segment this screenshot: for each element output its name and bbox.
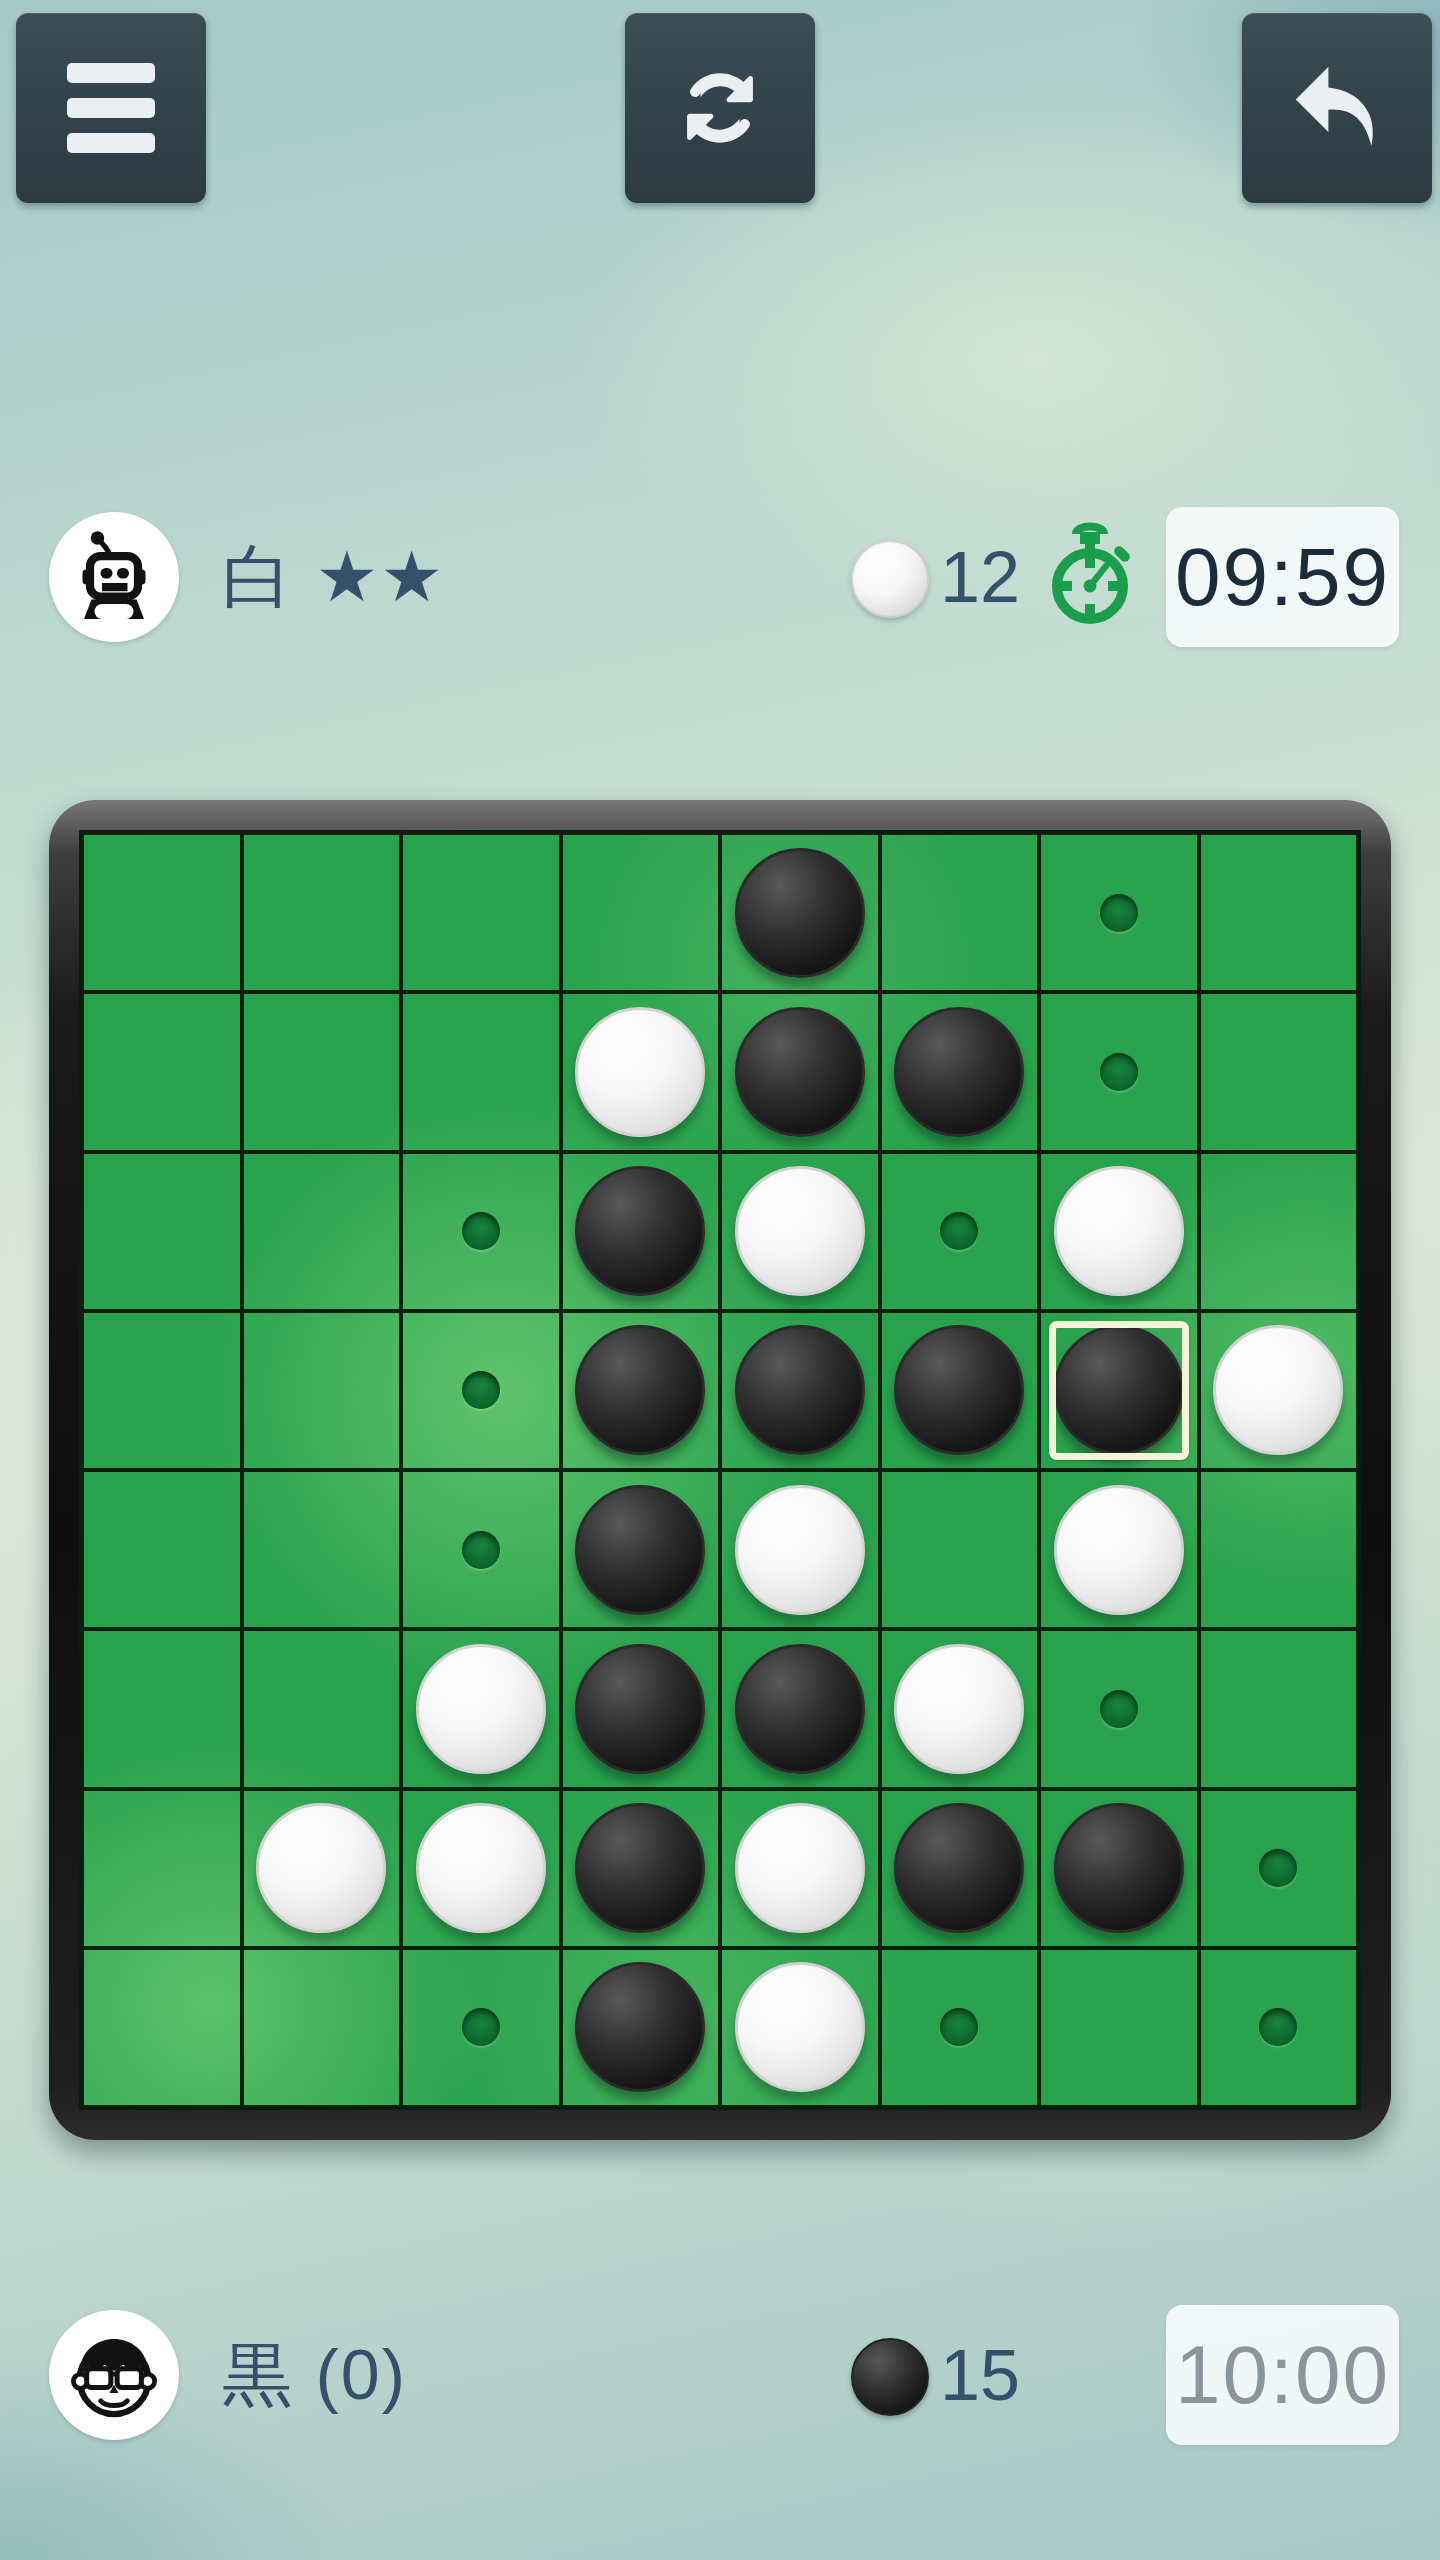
board-cell-d2[interactable] xyxy=(561,992,721,1151)
board-cell-f6[interactable] xyxy=(880,1629,1040,1788)
black-count-disc xyxy=(851,2338,929,2416)
white-disc xyxy=(575,1007,705,1137)
board-cell-f1[interactable] xyxy=(880,833,1040,992)
board-cell-h4[interactable] xyxy=(1199,1311,1359,1470)
legal-move-hint xyxy=(462,2008,500,2046)
board-cell-e3[interactable] xyxy=(720,1152,880,1311)
black-disc xyxy=(735,1007,865,1137)
board-cell-g2[interactable] xyxy=(1039,992,1199,1151)
board-cell-g6[interactable] xyxy=(1039,1629,1199,1788)
board-cell-c8[interactable] xyxy=(401,1948,561,2107)
board-cell-b5[interactable] xyxy=(242,1470,402,1629)
board-cell-b7[interactable] xyxy=(242,1789,402,1948)
board-cell-e1[interactable] xyxy=(720,833,880,992)
black-disc xyxy=(575,1803,705,1933)
board-grid xyxy=(79,830,1361,2110)
black-disc xyxy=(575,1166,705,1296)
legal-move-hint xyxy=(462,1371,500,1409)
board-cell-c2[interactable] xyxy=(401,992,561,1151)
black-disc xyxy=(735,1325,865,1455)
black-disc-count: 15 xyxy=(940,2332,1020,2418)
stopwatch-icon xyxy=(1040,520,1144,636)
board-cell-d6[interactable] xyxy=(561,1629,721,1788)
white-disc xyxy=(735,1166,865,1296)
board-cell-f3[interactable] xyxy=(880,1152,1040,1311)
board-cell-c5[interactable] xyxy=(401,1470,561,1629)
board-cell-c7[interactable] xyxy=(401,1789,561,1948)
black-disc xyxy=(894,1007,1024,1137)
white-count-disc xyxy=(851,540,929,618)
board-cell-d7[interactable] xyxy=(561,1789,721,1948)
black-player-avatar xyxy=(49,2310,179,2440)
white-player-name: 白 ★★ xyxy=(222,534,445,620)
board-cell-g4[interactable] xyxy=(1039,1311,1199,1470)
board-cell-g5[interactable] xyxy=(1039,1470,1199,1629)
black-disc xyxy=(1054,1803,1184,1933)
legal-move-hint xyxy=(1259,1849,1297,1887)
board-cell-h3[interactable] xyxy=(1199,1152,1359,1311)
black-player-clock: 10:00 xyxy=(1166,2305,1399,2445)
board-cell-a4[interactable] xyxy=(82,1311,242,1470)
black-disc xyxy=(575,1644,705,1774)
white-disc xyxy=(1213,1325,1343,1455)
board-cell-a1[interactable] xyxy=(82,833,242,992)
board-cell-b6[interactable] xyxy=(242,1629,402,1788)
board-cell-a6[interactable] xyxy=(82,1629,242,1788)
board-cell-g7[interactable] xyxy=(1039,1789,1199,1948)
board-cell-h7[interactable] xyxy=(1199,1789,1359,1948)
legal-move-hint xyxy=(940,1212,978,1250)
board-cell-h5[interactable] xyxy=(1199,1470,1359,1629)
white-player-avatar xyxy=(49,512,179,642)
board-cell-g1[interactable] xyxy=(1039,833,1199,992)
refresh-icon xyxy=(668,56,772,160)
legal-move-hint xyxy=(940,2008,978,2046)
black-disc xyxy=(575,1485,705,1615)
board-cell-e6[interactable] xyxy=(720,1629,880,1788)
board-cell-e4[interactable] xyxy=(720,1311,880,1470)
white-disc xyxy=(256,1803,386,1933)
board-cell-a2[interactable] xyxy=(82,992,242,1151)
legal-move-hint xyxy=(1100,1053,1138,1091)
menu-button[interactable] xyxy=(16,13,206,203)
board-cell-g3[interactable] xyxy=(1039,1152,1199,1311)
black-disc xyxy=(735,1644,865,1774)
board-cell-h6[interactable] xyxy=(1199,1629,1359,1788)
board-cell-f8[interactable] xyxy=(880,1948,1040,2107)
board-cell-a3[interactable] xyxy=(82,1152,242,1311)
black-disc xyxy=(575,1962,705,2092)
white-disc xyxy=(735,1485,865,1615)
refresh-button[interactable] xyxy=(625,13,815,203)
board-cell-d3[interactable] xyxy=(561,1152,721,1311)
white-disc xyxy=(735,1803,865,1933)
board-cell-e5[interactable] xyxy=(720,1470,880,1629)
board-cell-f2[interactable] xyxy=(880,992,1040,1151)
legal-move-hint xyxy=(462,1212,500,1250)
hamburger-icon xyxy=(67,63,155,153)
black-disc xyxy=(894,1803,1024,1933)
board-cell-h1[interactable] xyxy=(1199,833,1359,992)
undo-button[interactable] xyxy=(1242,13,1432,203)
board-cell-f7[interactable] xyxy=(880,1789,1040,1948)
board-cell-f4[interactable] xyxy=(880,1311,1040,1470)
white-player-clock: 09:59 xyxy=(1166,507,1399,647)
black-player-name: 黒 (0) xyxy=(222,2332,407,2418)
white-disc-count: 12 xyxy=(940,534,1020,620)
robot-icon xyxy=(66,529,162,625)
legal-move-hint xyxy=(1100,1690,1138,1728)
board-cell-d1[interactable] xyxy=(561,833,721,992)
board-cell-e8[interactable] xyxy=(720,1948,880,2107)
white-disc xyxy=(1054,1485,1184,1615)
white-disc xyxy=(735,1962,865,2092)
board-cell-d8[interactable] xyxy=(561,1948,721,2107)
human-face-icon xyxy=(64,2325,164,2425)
white-disc xyxy=(894,1644,1024,1774)
board-cell-b1[interactable] xyxy=(242,833,402,992)
board-cell-d4[interactable] xyxy=(561,1311,721,1470)
board-cell-e7[interactable] xyxy=(720,1789,880,1948)
board-cell-h8[interactable] xyxy=(1199,1948,1359,2107)
othello-board xyxy=(49,800,1391,2140)
white-disc xyxy=(1054,1166,1184,1296)
board-cell-b2[interactable] xyxy=(242,992,402,1151)
white-disc xyxy=(416,1803,546,1933)
board-cell-c3[interactable] xyxy=(401,1152,561,1311)
board-cell-d5[interactable] xyxy=(561,1470,721,1629)
legal-move-hint xyxy=(1100,894,1138,932)
white-disc xyxy=(416,1644,546,1774)
board-cell-b3[interactable] xyxy=(242,1152,402,1311)
black-disc xyxy=(735,848,865,978)
black-disc xyxy=(894,1325,1024,1455)
legal-move-hint xyxy=(462,1531,500,1569)
board-cell-g8[interactable] xyxy=(1039,1948,1199,2107)
board-cell-a5[interactable] xyxy=(82,1470,242,1629)
legal-move-hint xyxy=(1259,2008,1297,2046)
board-cell-h2[interactable] xyxy=(1199,992,1359,1151)
black-disc xyxy=(1054,1325,1184,1455)
board-cell-a7[interactable] xyxy=(82,1789,242,1948)
board-cell-c1[interactable] xyxy=(401,833,561,992)
board-cell-c4[interactable] xyxy=(401,1311,561,1470)
game-screen: 白 ★★ 12 09:59 xyxy=(0,0,1440,2560)
board-cell-c6[interactable] xyxy=(401,1629,561,1788)
board-cell-b8[interactable] xyxy=(242,1948,402,2107)
board-cell-a8[interactable] xyxy=(82,1948,242,2107)
board-cell-f5[interactable] xyxy=(880,1470,1040,1629)
undo-arrow-icon xyxy=(1282,53,1392,163)
black-disc xyxy=(575,1325,705,1455)
board-cell-e2[interactable] xyxy=(720,992,880,1151)
board-cell-b4[interactable] xyxy=(242,1311,402,1470)
